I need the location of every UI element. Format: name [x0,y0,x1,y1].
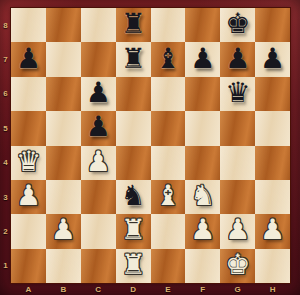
square-f2[interactable]: ♟ [185,214,220,248]
square-h5[interactable] [255,111,290,145]
square-h2[interactable]: ♟ [255,214,290,248]
square-h6[interactable] [255,77,290,111]
square-g6[interactable]: ♛ [220,77,255,111]
square-b6[interactable] [46,77,81,111]
square-e5[interactable] [151,111,186,145]
square-d8[interactable]: ♜ [116,8,151,42]
white-knight-f3[interactable]: ♞ [190,182,215,210]
file-label-c: C [81,283,116,295]
square-c5[interactable]: ♟ [81,111,116,145]
rank-label-5: 5 [0,111,11,145]
white-pawn-h2[interactable]: ♟ [260,216,285,244]
square-c2[interactable] [81,214,116,248]
black-pawn-a7[interactable]: ♟ [16,45,41,73]
file-labels: A B C D E F G H [11,283,290,295]
square-d2[interactable]: ♜ [116,214,151,248]
square-b8[interactable] [46,8,81,42]
square-e6[interactable] [151,77,186,111]
square-c7[interactable] [81,42,116,76]
rank-labels: 8 7 6 5 4 3 2 1 [0,8,11,283]
white-pawn-a3[interactable]: ♟ [16,182,41,210]
square-f5[interactable] [185,111,220,145]
square-a5[interactable] [11,111,46,145]
black-rook-d7[interactable]: ♜ [121,45,146,73]
white-pawn-g2[interactable]: ♟ [225,216,250,244]
white-rook-d2[interactable]: ♜ [121,216,146,244]
square-b3[interactable] [46,180,81,214]
square-g5[interactable] [220,111,255,145]
black-rook-d8[interactable]: ♜ [121,10,146,38]
black-bishop-e7[interactable]: ♝ [155,45,180,73]
square-e7[interactable]: ♝ [151,42,186,76]
square-b7[interactable] [46,42,81,76]
black-king-g8[interactable]: ♚ [225,10,250,38]
black-queen-g6[interactable]: ♛ [225,79,250,107]
white-pawn-f2[interactable]: ♟ [190,216,215,244]
square-g2[interactable]: ♟ [220,214,255,248]
square-d7[interactable]: ♜ [116,42,151,76]
square-c1[interactable] [81,249,116,283]
square-c4[interactable]: ♟ [81,146,116,180]
black-knight-d3[interactable]: ♞ [121,182,146,210]
white-bishop-e3[interactable]: ♝ [155,182,180,210]
black-pawn-h7[interactable]: ♟ [260,45,285,73]
square-a7[interactable]: ♟ [11,42,46,76]
square-h8[interactable] [255,8,290,42]
white-pawn-c4[interactable]: ♟ [86,148,111,176]
square-f8[interactable] [185,8,220,42]
square-a3[interactable]: ♟ [11,180,46,214]
square-h7[interactable]: ♟ [255,42,290,76]
square-a8[interactable] [11,8,46,42]
square-e2[interactable] [151,214,186,248]
square-g1[interactable]: ♚ [220,249,255,283]
square-a4[interactable]: ♛ [11,146,46,180]
rank-label-4: 4 [0,146,11,180]
square-c6[interactable]: ♟ [81,77,116,111]
black-pawn-g7[interactable]: ♟ [225,45,250,73]
square-f7[interactable]: ♟ [185,42,220,76]
rank-label-2: 2 [0,214,11,248]
white-rook-d1[interactable]: ♜ [121,251,146,279]
square-h4[interactable] [255,146,290,180]
black-pawn-f7[interactable]: ♟ [190,45,215,73]
square-b1[interactable] [46,249,81,283]
square-g8[interactable]: ♚ [220,8,255,42]
file-label-b: B [46,283,81,295]
white-queen-a4[interactable]: ♛ [16,148,41,176]
chess-board: ♜♚♟♜♝♟♟♟♟♛♟♛♟♟♞♝♞♟♜♟♟♟♜♚ [11,8,290,283]
black-pawn-c6[interactable]: ♟ [86,79,111,107]
square-c3[interactable] [81,180,116,214]
square-e1[interactable] [151,249,186,283]
square-a6[interactable] [11,77,46,111]
rank-label-8: 8 [0,8,11,42]
file-label-d: D [116,283,151,295]
square-f4[interactable] [185,146,220,180]
square-d3[interactable]: ♞ [116,180,151,214]
square-f6[interactable] [185,77,220,111]
square-e8[interactable] [151,8,186,42]
board-frame: ♜♚♟♜♝♟♟♟♟♛♟♛♟♟♞♝♞♟♜♟♟♟♜♚ 8 7 6 5 4 3 2 1… [0,0,300,295]
square-d6[interactable] [116,77,151,111]
rank-label-6: 6 [0,77,11,111]
square-h3[interactable] [255,180,290,214]
square-a2[interactable] [11,214,46,248]
white-pawn-b2[interactable]: ♟ [51,216,76,244]
file-label-e: E [151,283,186,295]
file-label-h: H [255,283,290,295]
square-b4[interactable] [46,146,81,180]
square-f1[interactable] [185,249,220,283]
file-label-f: F [185,283,220,295]
rank-label-1: 1 [0,249,11,283]
rank-label-3: 3 [0,180,11,214]
square-b2[interactable]: ♟ [46,214,81,248]
square-d4[interactable] [116,146,151,180]
square-g7[interactable]: ♟ [220,42,255,76]
square-c8[interactable] [81,8,116,42]
file-label-g: G [220,283,255,295]
square-d1[interactable]: ♜ [116,249,151,283]
square-d5[interactable] [116,111,151,145]
square-e3[interactable]: ♝ [151,180,186,214]
black-pawn-c5[interactable]: ♟ [86,113,111,141]
square-f3[interactable]: ♞ [185,180,220,214]
square-e4[interactable] [151,146,186,180]
square-g3[interactable] [220,180,255,214]
square-b5[interactable] [46,111,81,145]
square-g4[interactable] [220,146,255,180]
white-king-g1[interactable]: ♚ [225,251,250,279]
square-h1[interactable] [255,249,290,283]
file-label-a: A [11,283,46,295]
rank-label-7: 7 [0,42,11,76]
square-a1[interactable] [11,249,46,283]
